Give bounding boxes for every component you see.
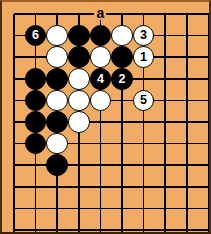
white-stone [68,111,90,133]
white-stone [46,46,68,68]
point-label-a: a [94,6,106,20]
black-stone [46,111,68,133]
grid-hline [14,208,209,210]
black-stone [25,111,47,133]
move-number: 5 [140,94,147,107]
black-stone [25,133,47,155]
move-number: 2 [119,73,126,86]
black-stone [46,154,68,176]
white-stone [90,46,112,68]
board-grid: 631425a [2,2,209,232]
grid-vline [186,14,188,232]
grid-vline [164,14,166,232]
white-stone [46,25,68,47]
grid-hline [14,13,209,15]
white-stone-move-5: 5 [133,90,155,112]
grid-hline [14,186,209,188]
white-stone [111,25,133,47]
black-stone [25,90,47,112]
move-number: 4 [97,73,104,86]
move-number: 3 [140,29,147,42]
black-stone [111,46,133,68]
black-stone [68,46,90,68]
black-stone [68,25,90,47]
black-stone-move-4: 4 [90,68,112,90]
grid-vline [13,14,15,232]
black-stone [46,68,68,90]
black-stone-move-6: 6 [25,25,47,47]
grid-vline [208,14,210,232]
white-stone [68,90,90,112]
white-stone-move-1: 1 [133,46,155,68]
white-stone [46,133,68,155]
white-stone-move-3: 3 [133,25,155,47]
move-number: 1 [140,51,147,64]
black-stone [25,68,47,90]
move-number: 6 [32,29,39,42]
white-stone [46,90,68,112]
black-stone-move-2: 2 [111,68,133,90]
grid-hline [14,229,209,231]
grid-hline [14,164,209,166]
go-board: 631425a [0,0,211,234]
white-stone [90,90,112,112]
black-stone [90,25,112,47]
white-stone [68,68,90,90]
